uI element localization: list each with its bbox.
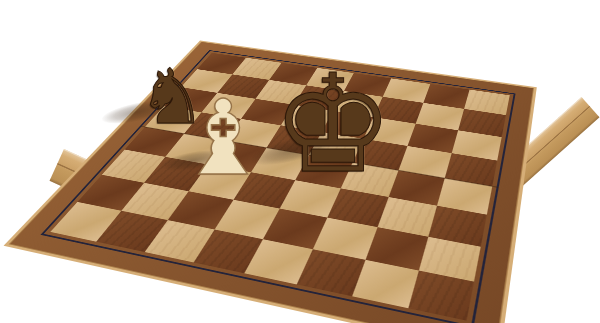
chess-board — [4, 40, 537, 323]
photo-scene: ♞♝♚ — [0, 0, 600, 323]
board-frame — [4, 40, 537, 323]
piece-black-king[interactable]: ♚ — [272, 56, 394, 192]
piece-white-bishop[interactable]: ♝ — [176, 86, 269, 190]
